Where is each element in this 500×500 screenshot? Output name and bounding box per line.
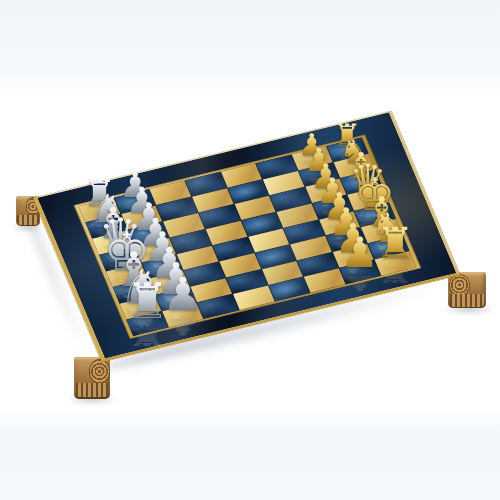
board-foot-south-ionic bbox=[74, 357, 110, 399]
chess-board bbox=[33, 111, 460, 362]
chess-set-product-photo: ♜♜♞♞♝♝♛♛♚♚♝♝♞♞♜♜♟♟♟♟♟♟♟♟♟♟♟♟♟♟♟♟♟♟♟♟♟♟♟♟… bbox=[0, 0, 500, 500]
board-foot-east-ionic bbox=[448, 272, 486, 308]
